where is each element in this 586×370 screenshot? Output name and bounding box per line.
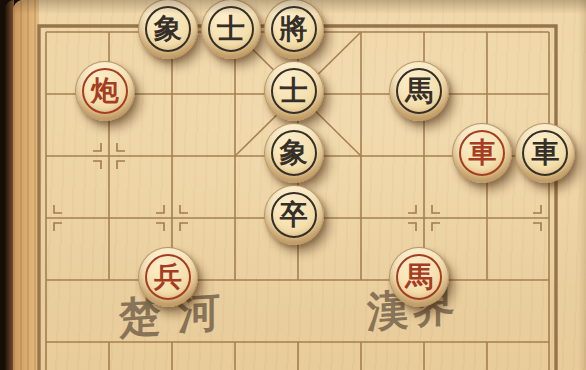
black-elephant-glyph: 象 <box>280 139 308 167</box>
piece-black-advisor[interactable]: 士 <box>264 61 324 121</box>
black-chariot-glyph: 車 <box>531 139 559 167</box>
piece-red-soldier[interactable]: 兵 <box>138 247 198 307</box>
black-horse-ring: 馬 <box>396 68 442 114</box>
red-horse-ring: 馬 <box>396 254 442 300</box>
black-elephant-glyph: 象 <box>154 15 182 43</box>
piece-red-horse[interactable]: 馬 <box>389 247 449 307</box>
black-general-ring: 將 <box>271 6 317 52</box>
piece-black-soldier[interactable]: 卒 <box>264 185 324 245</box>
black-chariot-ring: 車 <box>522 130 568 176</box>
black-advisor-ring: 士 <box>271 68 317 114</box>
black-elephant-ring: 象 <box>145 6 191 52</box>
piece-black-chariot[interactable]: 車 <box>515 123 575 183</box>
black-soldier-glyph: 卒 <box>280 201 308 229</box>
black-advisor-glyph: 士 <box>217 15 245 43</box>
red-chariot-glyph: 車 <box>468 139 496 167</box>
red-soldier-glyph: 兵 <box>154 263 182 291</box>
xiangqi-board: 楚 河 漢 界 象士將炮士馬象車車卒兵馬 <box>0 0 586 370</box>
red-chariot-ring: 車 <box>459 130 505 176</box>
red-cannon-ring: 炮 <box>82 68 128 114</box>
piece-black-elephant[interactable]: 象 <box>138 0 198 59</box>
black-elephant-ring: 象 <box>271 130 317 176</box>
piece-black-general[interactable]: 將 <box>264 0 324 59</box>
piece-red-chariot[interactable]: 車 <box>452 123 512 183</box>
black-general-glyph: 將 <box>280 15 308 43</box>
black-soldier-ring: 卒 <box>271 192 317 238</box>
piece-black-elephant[interactable]: 象 <box>264 123 324 183</box>
piece-red-cannon[interactable]: 炮 <box>75 61 135 121</box>
red-horse-glyph: 馬 <box>405 263 433 291</box>
black-advisor-ring: 士 <box>208 6 254 52</box>
black-advisor-glyph: 士 <box>280 77 308 105</box>
red-soldier-ring: 兵 <box>145 254 191 300</box>
piece-black-advisor[interactable]: 士 <box>201 0 261 59</box>
piece-black-horse[interactable]: 馬 <box>389 61 449 121</box>
red-cannon-glyph: 炮 <box>91 77 119 105</box>
black-horse-glyph: 馬 <box>405 77 433 105</box>
